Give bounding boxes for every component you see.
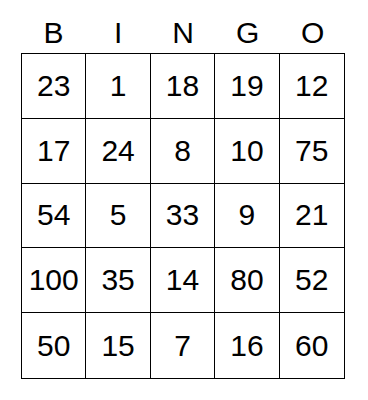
bingo-header-letter-g: G (215, 14, 280, 52)
bingo-header-letter-o: O (280, 14, 345, 52)
bingo-cell-r5c1[interactable]: 50 (22, 313, 86, 378)
bingo-cell-r4c1[interactable]: 100 (22, 248, 86, 313)
bingo-cell-r5c3[interactable]: 7 (151, 313, 215, 378)
bingo-card: BINGO 2311819121724810755453392110035148… (0, 0, 368, 400)
bingo-header-row: BINGO (21, 14, 345, 52)
bingo-cell-r2c1[interactable]: 17 (22, 119, 86, 184)
bingo-cell-r1c3[interactable]: 18 (151, 54, 215, 119)
bingo-cell-r3c2[interactable]: 5 (86, 184, 150, 249)
bingo-cell-r3c4[interactable]: 9 (215, 184, 279, 249)
bingo-cell-r5c2[interactable]: 15 (86, 313, 150, 378)
bingo-cell-r4c3[interactable]: 14 (151, 248, 215, 313)
bingo-header-letter-b: B (21, 14, 86, 52)
bingo-cell-r1c4[interactable]: 19 (215, 54, 279, 119)
bingo-cell-r5c4[interactable]: 16 (215, 313, 279, 378)
bingo-cell-r3c1[interactable]: 54 (22, 184, 86, 249)
bingo-cell-r2c4[interactable]: 10 (215, 119, 279, 184)
bingo-grid: 2311819121724810755453392110035148052501… (21, 53, 345, 379)
bingo-cell-r3c3[interactable]: 33 (151, 184, 215, 249)
bingo-cell-r5c5[interactable]: 60 (280, 313, 344, 378)
bingo-cell-r1c1[interactable]: 23 (22, 54, 86, 119)
bingo-header-letter-i: I (86, 14, 151, 52)
bingo-cell-r2c2[interactable]: 24 (86, 119, 150, 184)
bingo-cell-r4c5[interactable]: 52 (280, 248, 344, 313)
bingo-cell-r3c5[interactable]: 21 (280, 184, 344, 249)
bingo-cell-r1c2[interactable]: 1 (86, 54, 150, 119)
bingo-cell-r2c5[interactable]: 75 (280, 119, 344, 184)
bingo-header-letter-n: N (151, 14, 216, 52)
bingo-cell-r1c5[interactable]: 12 (280, 54, 344, 119)
bingo-cell-r4c4[interactable]: 80 (215, 248, 279, 313)
bingo-cell-r2c3[interactable]: 8 (151, 119, 215, 184)
bingo-cell-r4c2[interactable]: 35 (86, 248, 150, 313)
